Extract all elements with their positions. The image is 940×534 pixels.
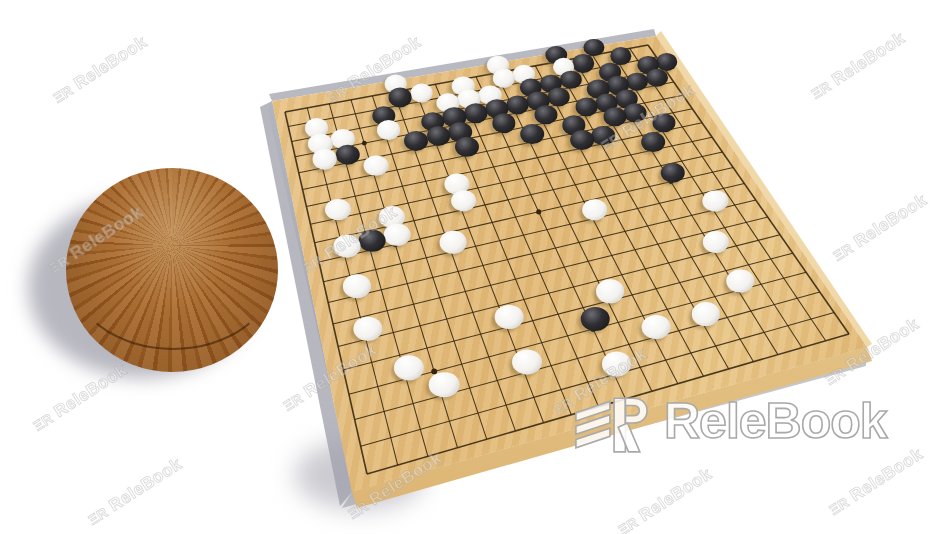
white-stone[interactable] xyxy=(642,315,671,339)
black-stone[interactable] xyxy=(626,72,648,91)
white-stone[interactable] xyxy=(410,84,433,103)
black-stone[interactable] xyxy=(575,97,598,116)
black-stone[interactable] xyxy=(547,88,570,107)
white-stone[interactable] xyxy=(451,190,477,212)
black-stone[interactable] xyxy=(572,54,594,72)
grid-line xyxy=(630,48,826,340)
black-stone[interactable] xyxy=(520,124,544,144)
black-stone[interactable] xyxy=(336,144,361,165)
black-stone[interactable] xyxy=(389,88,412,107)
black-stone[interactable] xyxy=(661,163,686,184)
white-stone[interactable] xyxy=(582,199,608,221)
black-stone[interactable] xyxy=(427,126,451,146)
black-stone[interactable] xyxy=(646,69,668,88)
white-stone[interactable] xyxy=(691,302,719,326)
black-stone[interactable] xyxy=(560,71,582,90)
white-stone[interactable] xyxy=(493,69,515,88)
black-stone[interactable] xyxy=(581,307,610,331)
white-stone[interactable] xyxy=(343,274,371,298)
black-stone[interactable] xyxy=(570,130,594,150)
hoshi-point xyxy=(536,209,541,214)
white-stone[interactable] xyxy=(440,231,467,254)
hoshi-point xyxy=(362,141,367,146)
watermark: ReleBook xyxy=(570,390,887,456)
white-stone[interactable] xyxy=(312,149,337,170)
watermark-brand-text: ReleBook xyxy=(664,390,887,452)
black-stone[interactable] xyxy=(492,114,515,134)
black-stone[interactable] xyxy=(464,103,487,123)
white-stone[interactable] xyxy=(354,317,383,342)
black-stone[interactable] xyxy=(506,95,529,114)
white-stone[interactable] xyxy=(596,279,624,302)
white-stone[interactable] xyxy=(495,305,524,329)
white-stone[interactable] xyxy=(429,372,460,398)
black-stone[interactable] xyxy=(404,131,428,151)
go-stone-bowl xyxy=(66,168,278,372)
white-stone[interactable] xyxy=(377,120,401,140)
white-stone[interactable] xyxy=(363,155,388,176)
black-stone[interactable] xyxy=(642,132,666,152)
white-stone[interactable] xyxy=(512,350,542,375)
bowl-lid-seam xyxy=(70,196,276,350)
white-stone[interactable] xyxy=(325,199,351,221)
relebook-logo-icon xyxy=(570,390,654,456)
go-scene-render: ΞR ReleBookΞR ReleBookΞR ReleBookΞR Rele… xyxy=(0,0,940,534)
